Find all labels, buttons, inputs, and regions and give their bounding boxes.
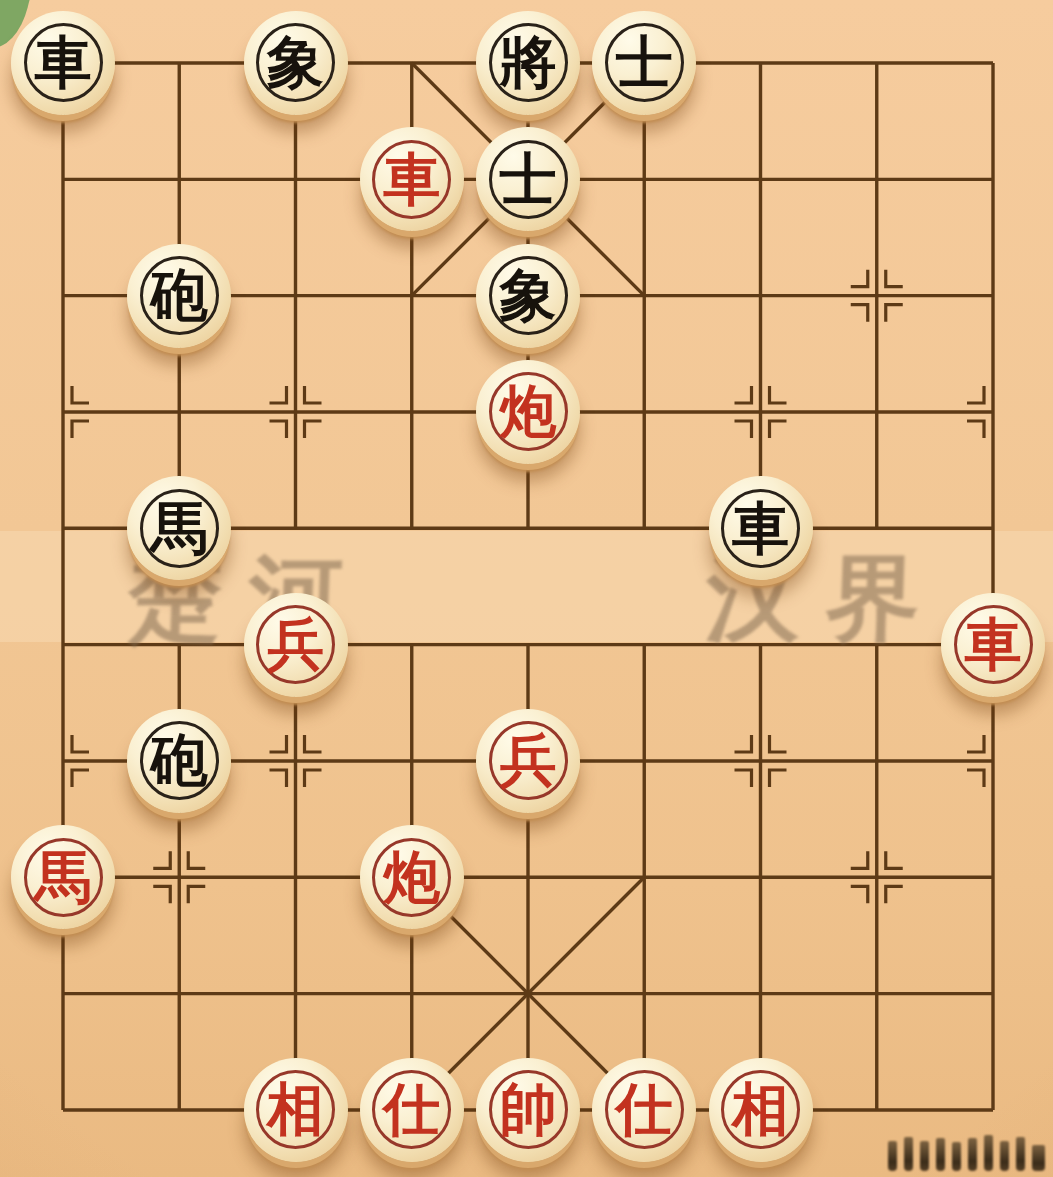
piece-black-advisor[interactable]: 士 (476, 127, 580, 231)
piece-red-advisor[interactable]: 仕 (360, 1058, 464, 1162)
piece-ring: 仕 (605, 1070, 684, 1149)
piece-ring: 馬 (24, 838, 103, 917)
piece-red-horse[interactable]: 馬 (11, 825, 115, 929)
piece-black-chariot[interactable]: 車 (709, 476, 813, 580)
cropped-watermark-strokes (888, 1129, 1045, 1171)
piece-character: 車 (35, 33, 92, 90)
piece-ring: 象 (256, 23, 335, 102)
piece-ring: 車 (24, 23, 103, 102)
piece-ring: 帥 (489, 1070, 568, 1149)
xiangqi-board: 楚河 汉界 車象將士車士砲象炮馬車兵車砲兵馬炮相仕帥仕相 (0, 0, 1053, 1177)
piece-character: 兵 (267, 615, 324, 672)
piece-character: 將 (500, 33, 557, 90)
piece-black-cannon[interactable]: 砲 (127, 244, 231, 348)
piece-character: 仕 (616, 1080, 673, 1137)
piece-ring: 士 (489, 140, 568, 219)
piece-character: 帥 (500, 1080, 557, 1137)
piece-black-advisor[interactable]: 士 (592, 11, 696, 115)
piece-ring: 砲 (140, 256, 219, 335)
piece-character: 象 (500, 266, 557, 323)
piece-character: 士 (616, 33, 673, 90)
piece-ring: 象 (489, 256, 568, 335)
piece-character: 炮 (383, 848, 440, 905)
piece-red-elephant[interactable]: 相 (244, 1058, 348, 1162)
piece-ring: 士 (605, 23, 684, 102)
piece-character: 相 (267, 1080, 324, 1137)
piece-red-general[interactable]: 帥 (476, 1058, 580, 1162)
piece-character: 馬 (151, 499, 208, 556)
piece-red-pawn[interactable]: 兵 (244, 593, 348, 697)
piece-ring: 相 (721, 1070, 800, 1149)
piece-red-advisor[interactable]: 仕 (592, 1058, 696, 1162)
piece-black-horse[interactable]: 馬 (127, 476, 231, 580)
piece-red-cannon[interactable]: 炮 (360, 825, 464, 929)
piece-ring: 砲 (140, 721, 219, 800)
piece-character: 車 (965, 615, 1022, 672)
piece-red-pawn[interactable]: 兵 (476, 709, 580, 813)
piece-ring: 炮 (489, 372, 568, 451)
piece-character: 車 (383, 150, 440, 207)
piece-grid: 車象將士車士砲象炮馬車兵車砲兵馬炮相仕帥仕相 (5, 5, 1051, 1168)
piece-ring: 兵 (489, 721, 568, 800)
piece-red-chariot[interactable]: 車 (360, 127, 464, 231)
piece-ring: 將 (489, 23, 568, 102)
piece-ring: 車 (721, 489, 800, 568)
piece-character: 砲 (151, 266, 208, 323)
piece-red-cannon[interactable]: 炮 (476, 360, 580, 464)
piece-ring: 車 (954, 605, 1033, 684)
piece-character: 士 (500, 150, 557, 207)
piece-ring: 車 (372, 140, 451, 219)
piece-character: 馬 (35, 848, 92, 905)
piece-character: 相 (732, 1080, 789, 1137)
piece-black-cannon[interactable]: 砲 (127, 709, 231, 813)
piece-black-elephant[interactable]: 象 (476, 244, 580, 348)
piece-red-elephant[interactable]: 相 (709, 1058, 813, 1162)
piece-ring: 仕 (372, 1070, 451, 1149)
piece-character: 炮 (500, 382, 557, 439)
piece-character: 砲 (151, 731, 208, 788)
piece-ring: 兵 (256, 605, 335, 684)
piece-ring: 相 (256, 1070, 335, 1149)
piece-ring: 馬 (140, 489, 219, 568)
piece-character: 象 (267, 33, 324, 90)
piece-character: 兵 (500, 731, 557, 788)
piece-black-general[interactable]: 將 (476, 11, 580, 115)
piece-black-elephant[interactable]: 象 (244, 11, 348, 115)
piece-character: 車 (732, 499, 789, 556)
piece-red-chariot[interactable]: 車 (941, 593, 1045, 697)
piece-black-chariot[interactable]: 車 (11, 11, 115, 115)
piece-character: 仕 (383, 1080, 440, 1137)
piece-ring: 炮 (372, 838, 451, 917)
